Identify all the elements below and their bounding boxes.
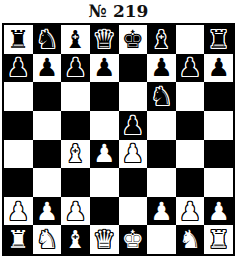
white-knight-icon: ♞ xyxy=(179,227,201,252)
black-bishop-icon: ♝ xyxy=(64,27,86,52)
square-h8: ♜ xyxy=(204,25,233,54)
white-queen-icon: ♛ xyxy=(93,227,115,252)
square-b3 xyxy=(33,168,62,197)
square-h2: ♟ xyxy=(204,197,233,226)
square-d1: ♛ xyxy=(90,225,119,254)
square-b4 xyxy=(33,140,62,169)
square-b2: ♟ xyxy=(33,197,62,226)
square-a8: ♜ xyxy=(4,25,33,54)
white-pawn-icon: ♟ xyxy=(7,199,29,224)
square-h6 xyxy=(204,82,233,111)
black-bishop-icon: ♝ xyxy=(150,27,172,52)
black-queen-icon: ♛ xyxy=(93,27,115,52)
square-d2 xyxy=(90,197,119,226)
square-e8: ♚ xyxy=(119,25,148,54)
white-rook-icon: ♜ xyxy=(207,227,229,252)
square-a3 xyxy=(4,168,33,197)
black-pawn-icon: ♟ xyxy=(93,55,115,80)
square-c6 xyxy=(61,82,90,111)
square-h3 xyxy=(204,168,233,197)
square-f2: ♟ xyxy=(147,197,176,226)
black-knight-icon: ♞ xyxy=(150,84,172,109)
white-knight-icon: ♞ xyxy=(36,227,58,252)
square-g6 xyxy=(176,82,205,111)
square-c2: ♟ xyxy=(61,197,90,226)
square-e5: ♟ xyxy=(119,111,148,140)
square-f4 xyxy=(147,140,176,169)
square-a2: ♟ xyxy=(4,197,33,226)
square-e1: ♚ xyxy=(119,225,148,254)
square-e4: ♟ xyxy=(119,140,148,169)
black-pawn-icon: ♟ xyxy=(7,55,29,80)
white-king-icon: ♚ xyxy=(122,227,144,252)
square-a1: ♜ xyxy=(4,225,33,254)
square-f6: ♞ xyxy=(147,82,176,111)
white-rook-icon: ♜ xyxy=(7,227,29,252)
square-g2: ♟ xyxy=(176,197,205,226)
white-pawn-icon: ♟ xyxy=(150,199,172,224)
black-knight-icon: ♞ xyxy=(36,27,58,52)
square-f7: ♟ xyxy=(147,54,176,83)
square-c4: ♝ xyxy=(61,140,90,169)
square-g5 xyxy=(176,111,205,140)
square-e3 xyxy=(119,168,148,197)
white-pawn-icon: ♟ xyxy=(93,141,115,166)
square-g7: ♟ xyxy=(176,54,205,83)
square-h4 xyxy=(204,140,233,169)
square-e6 xyxy=(119,82,148,111)
square-h5 xyxy=(204,111,233,140)
square-a7: ♟ xyxy=(4,54,33,83)
black-pawn-icon: ♟ xyxy=(150,55,172,80)
square-d6 xyxy=(90,82,119,111)
square-e2 xyxy=(119,197,148,226)
square-g1: ♞ xyxy=(176,225,205,254)
square-c7: ♟ xyxy=(61,54,90,83)
black-pawn-icon: ♟ xyxy=(36,55,58,80)
square-d4: ♟ xyxy=(90,140,119,169)
black-pawn-icon: ♟ xyxy=(179,55,201,80)
square-b6 xyxy=(33,82,62,111)
square-d8: ♛ xyxy=(90,25,119,54)
square-f3 xyxy=(147,168,176,197)
white-pawn-icon: ♟ xyxy=(179,199,201,224)
square-a4 xyxy=(4,140,33,169)
black-pawn-icon: ♟ xyxy=(207,55,229,80)
square-g4 xyxy=(176,140,205,169)
square-g3 xyxy=(176,168,205,197)
square-c8: ♝ xyxy=(61,25,90,54)
white-pawn-icon: ♟ xyxy=(36,199,58,224)
chess-board: ♜♞♝♛♚♝♜♟♟♟♟♟♟♟♞♟♝♟♟♟♟♟♟♟♟♜♞♝♛♚♞♜ xyxy=(2,23,235,256)
black-rook-icon: ♜ xyxy=(7,27,29,52)
square-d7: ♟ xyxy=(90,54,119,83)
black-king-icon: ♚ xyxy=(122,27,144,52)
square-d3 xyxy=(90,168,119,197)
square-c3 xyxy=(61,168,90,197)
square-b5 xyxy=(33,111,62,140)
square-e7 xyxy=(119,54,148,83)
square-h1: ♜ xyxy=(204,225,233,254)
black-pawn-icon: ♟ xyxy=(122,113,144,138)
square-h7: ♟ xyxy=(204,54,233,83)
white-bishop-icon: ♝ xyxy=(64,227,86,252)
square-c5 xyxy=(61,111,90,140)
square-c1: ♝ xyxy=(61,225,90,254)
black-rook-icon: ♜ xyxy=(207,27,229,52)
white-pawn-icon: ♟ xyxy=(122,141,144,166)
square-g8 xyxy=(176,25,205,54)
white-pawn-icon: ♟ xyxy=(64,199,86,224)
square-f1 xyxy=(147,225,176,254)
white-pawn-icon: ♟ xyxy=(207,199,229,224)
puzzle-page: № 219 ♜♞♝♛♚♝♜♟♟♟♟♟♟♟♞♟♝♟♟♟♟♟♟♟♟♜♞♝♛♚♞♜ xyxy=(0,0,237,260)
puzzle-number: № 219 xyxy=(0,0,237,23)
black-pawn-icon: ♟ xyxy=(64,55,86,80)
square-b8: ♞ xyxy=(33,25,62,54)
square-d5 xyxy=(90,111,119,140)
square-a5 xyxy=(4,111,33,140)
square-f8: ♝ xyxy=(147,25,176,54)
white-bishop-icon: ♝ xyxy=(64,141,86,166)
square-f5 xyxy=(147,111,176,140)
square-b7: ♟ xyxy=(33,54,62,83)
square-a6 xyxy=(4,82,33,111)
square-b1: ♞ xyxy=(33,225,62,254)
